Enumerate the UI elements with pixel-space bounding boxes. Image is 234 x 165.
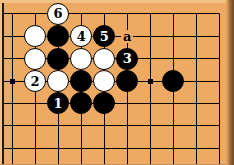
black-stone xyxy=(70,92,92,114)
intersection-M16[interactable] xyxy=(47,70,70,92)
intersection-R17[interactable] xyxy=(162,47,185,69)
intersection-Q13[interactable] xyxy=(139,137,162,159)
black-stone: 3 xyxy=(116,48,138,70)
white-stone xyxy=(93,70,115,92)
intersection-O17[interactable] xyxy=(93,47,116,69)
intersection-R19[interactable] xyxy=(162,3,185,25)
intersection-S15[interactable] xyxy=(185,92,208,114)
black-stone xyxy=(116,70,138,92)
intersection-S18[interactable] xyxy=(185,25,208,47)
intersection-M19[interactable]: 6 xyxy=(47,3,70,25)
intersection-L19[interactable] xyxy=(24,3,47,25)
intersection-P16[interactable] xyxy=(116,70,139,92)
intersection-R18[interactable] xyxy=(162,25,185,47)
intersection-N18[interactable]: 4 xyxy=(70,25,93,47)
move-number: 1 xyxy=(54,96,63,109)
move-number: 5 xyxy=(100,29,109,42)
star-point xyxy=(10,79,15,84)
black-stone: 1 xyxy=(47,92,69,114)
intersection-L14[interactable] xyxy=(24,115,47,137)
intersection-P17[interactable]: 3 xyxy=(116,47,139,69)
move-number: 3 xyxy=(123,52,132,65)
intersection-O15[interactable] xyxy=(93,92,116,114)
move-number: 2 xyxy=(31,74,40,87)
white-stone xyxy=(24,25,46,47)
black-stone xyxy=(162,70,184,92)
white-stone: 4 xyxy=(70,25,92,47)
intersection-L16[interactable]: 2 xyxy=(24,70,47,92)
intersection-O14[interactable] xyxy=(93,115,116,137)
intersection-Q17[interactable] xyxy=(139,47,162,69)
intersection-R14[interactable] xyxy=(162,115,185,137)
intersection-M15[interactable]: 1 xyxy=(47,92,70,114)
black-stone xyxy=(93,92,115,114)
go-board: 645a321 xyxy=(1,3,231,159)
intersection-L17[interactable] xyxy=(24,47,47,69)
black-stone xyxy=(47,25,69,47)
black-stone: 5 xyxy=(93,25,115,47)
intersection-N14[interactable] xyxy=(70,115,93,137)
point-label: a xyxy=(121,30,133,43)
intersection-S14[interactable] xyxy=(185,115,208,137)
move-number: 4 xyxy=(77,29,86,42)
white-stone: 6 xyxy=(47,3,69,25)
intersection-R16[interactable] xyxy=(162,70,185,92)
intersection-P19[interactable] xyxy=(116,3,139,25)
white-stone xyxy=(47,70,69,92)
intersection-P15[interactable] xyxy=(116,92,139,114)
intersection-O18[interactable]: 5 xyxy=(93,25,116,47)
intersection-S13[interactable] xyxy=(185,137,208,159)
frame-left-border xyxy=(2,3,4,165)
board-right-side-3d-edge xyxy=(226,0,234,165)
intersection-N17[interactable] xyxy=(70,47,93,69)
intersection-N13[interactable] xyxy=(70,137,93,159)
white-stone xyxy=(93,48,115,70)
intersection-Q16[interactable] xyxy=(139,70,162,92)
black-stone xyxy=(47,48,69,70)
intersection-M13[interactable] xyxy=(47,137,70,159)
intersection-S19[interactable] xyxy=(185,3,208,25)
intersection-N15[interactable] xyxy=(70,92,93,114)
intersection-Q18[interactable] xyxy=(139,25,162,47)
white-stone: 2 xyxy=(24,70,46,92)
intersection-R15[interactable] xyxy=(162,92,185,114)
intersection-P14[interactable] xyxy=(116,115,139,137)
intersection-P13[interactable] xyxy=(116,137,139,159)
intersection-R13[interactable] xyxy=(162,137,185,159)
intersection-O16[interactable] xyxy=(93,70,116,92)
white-stone xyxy=(70,48,92,70)
intersection-S16[interactable] xyxy=(185,70,208,92)
intersection-N19[interactable] xyxy=(70,3,93,25)
intersection-M18[interactable] xyxy=(47,25,70,47)
white-stone xyxy=(24,48,46,70)
intersection-O19[interactable] xyxy=(93,3,116,25)
intersection-N16[interactable] xyxy=(70,70,93,92)
intersection-Q15[interactable] xyxy=(139,92,162,114)
black-stone xyxy=(70,70,92,92)
intersection-L13[interactable] xyxy=(24,137,47,159)
intersection-L18[interactable] xyxy=(24,25,47,47)
intersection-M17[interactable] xyxy=(47,47,70,69)
intersection-S17[interactable] xyxy=(185,47,208,69)
intersection-Q19[interactable] xyxy=(139,3,162,25)
go-diagram: 645a321 xyxy=(0,0,234,165)
intersection-P18[interactable]: a xyxy=(116,25,139,47)
intersection-L15[interactable] xyxy=(24,92,47,114)
frame-bottom-edge xyxy=(0,164,234,165)
intersection-M14[interactable] xyxy=(47,115,70,137)
intersection-O13[interactable] xyxy=(93,137,116,159)
intersection-Q14[interactable] xyxy=(139,115,162,137)
move-number: 6 xyxy=(54,7,63,20)
frame-top-highlight xyxy=(0,0,234,3)
star-point xyxy=(148,79,153,84)
